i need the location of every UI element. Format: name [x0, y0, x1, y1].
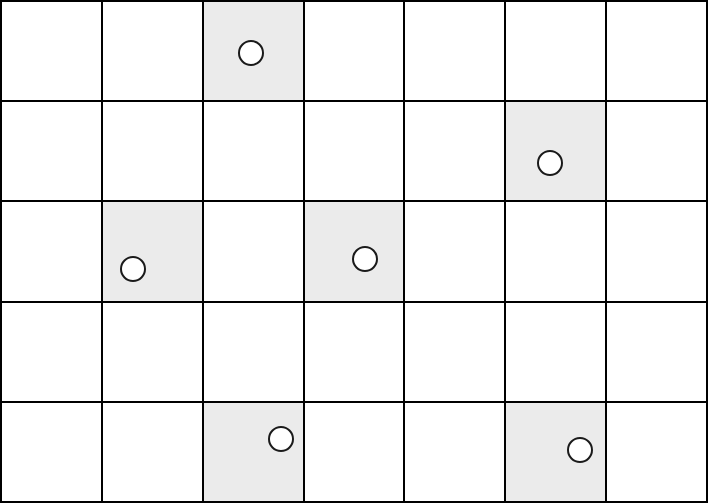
grid-cell-r5c2[interactable] [103, 403, 202, 501]
grid-cell-r5c7[interactable] [607, 403, 706, 501]
grid-cell-r5c1[interactable] [2, 403, 101, 501]
circle-marker [352, 246, 378, 272]
grid-cell-r2c3[interactable] [204, 102, 303, 200]
grid-cell-r5c3[interactable] [204, 403, 303, 501]
grid-cell-r4c6[interactable] [506, 303, 605, 401]
grid-cell-r4c7[interactable] [607, 303, 706, 401]
grid-cell-r1c1[interactable] [2, 2, 101, 100]
grid-cell-r3c4[interactable] [305, 202, 404, 300]
grid-cell-r5c5[interactable] [405, 403, 504, 501]
grid-cell-r4c3[interactable] [204, 303, 303, 401]
grid-cell-r2c5[interactable] [405, 102, 504, 200]
grid-cell-r4c5[interactable] [405, 303, 504, 401]
grid-cell-r1c3[interactable] [204, 2, 303, 100]
grid-cell-r1c6[interactable] [506, 2, 605, 100]
grid-cell-r5c4[interactable] [305, 403, 404, 501]
grid-cell-r2c6[interactable] [506, 102, 605, 200]
grid-cell-r3c6[interactable] [506, 202, 605, 300]
circle-marker [567, 437, 593, 463]
grid-cell-r2c1[interactable] [2, 102, 101, 200]
grid-cell-r3c2[interactable] [103, 202, 202, 300]
grid-cell-r3c3[interactable] [204, 202, 303, 300]
grid-cell-r1c5[interactable] [405, 2, 504, 100]
grid-cell-r3c7[interactable] [607, 202, 706, 300]
circle-marker [537, 150, 563, 176]
grid-cell-r2c7[interactable] [607, 102, 706, 200]
circle-marker [268, 426, 294, 452]
circle-marker [120, 256, 146, 282]
grid-cell-r4c1[interactable] [2, 303, 101, 401]
grid-cell-r5c6[interactable] [506, 403, 605, 501]
grid-cell-r3c1[interactable] [2, 202, 101, 300]
grid-cell-r2c4[interactable] [305, 102, 404, 200]
grid-cell-r4c2[interactable] [103, 303, 202, 401]
grid-cell-r1c4[interactable] [305, 2, 404, 100]
puzzle-board [0, 0, 708, 503]
grid-cell-r2c2[interactable] [103, 102, 202, 200]
grid-cell-r1c2[interactable] [103, 2, 202, 100]
puzzle-diagram [0, 0, 708, 503]
grid-cell-r3c5[interactable] [405, 202, 504, 300]
grid-cell-r4c4[interactable] [305, 303, 404, 401]
grid-cell-r1c7[interactable] [607, 2, 706, 100]
circle-marker [238, 40, 264, 66]
